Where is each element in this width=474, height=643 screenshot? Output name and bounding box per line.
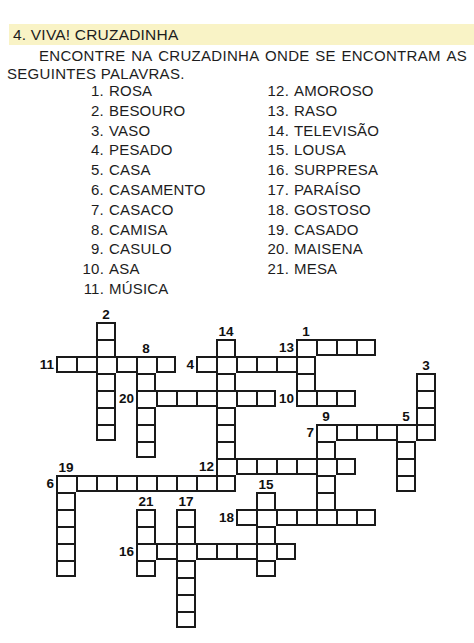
crossword-cell[interactable]	[296, 356, 316, 373]
clue-number-13: 13	[276, 339, 296, 356]
crossword-cell[interactable]	[196, 475, 216, 492]
clue-number-16: 16	[116, 543, 136, 560]
word-list-word: MESA	[294, 259, 337, 279]
crossword-board: 123456789101112131415161718192021	[36, 305, 436, 628]
word-list-number: 5.	[0, 160, 104, 180]
crossword-cell[interactable]	[216, 441, 236, 458]
crossword-cell[interactable]	[316, 390, 336, 407]
clue-number-21: 21	[136, 492, 156, 509]
crossword-cell[interactable]	[96, 373, 116, 390]
word-list-row: 3.VASO14.TELEVISÃO	[0, 121, 474, 141]
word-list-number: 1.	[0, 81, 104, 101]
crossword-cell[interactable]	[136, 560, 156, 577]
word-list-number: 18.	[200, 200, 289, 220]
instructions-line1: ENCONTRENACRUZADINHAONDESEENCONTRAMAS	[39, 47, 467, 64]
crossword-cell[interactable]	[76, 475, 96, 492]
crossword-cell[interactable]	[96, 322, 116, 339]
word-list-number: 15.	[200, 140, 289, 160]
instruction-word: ENCONTRAM	[341, 47, 440, 64]
crossword-cell[interactable]	[256, 492, 276, 509]
word-list-word: SURPRESA	[294, 160, 378, 180]
word-list-word: PARAÍSO	[294, 180, 361, 200]
clue-number-7: 7	[296, 424, 316, 441]
word-list-number: 17.	[200, 180, 289, 200]
crossword-cell[interactable]	[216, 373, 236, 390]
worksheet-page: 4. VIVA! CRUZADINHA ENCONTRENACRUZADINHA…	[0, 0, 474, 643]
crossword-cell[interactable]	[156, 543, 176, 560]
word-list-number: 20.	[200, 239, 289, 259]
word-list-word: RASO	[294, 101, 337, 121]
word-list-word: AMOROSO	[294, 81, 374, 101]
word-list-number: 16.	[200, 160, 289, 180]
word-list-row: 2.BESOURO13.RASO	[0, 101, 474, 121]
word-list-word: TELEVISÃO	[294, 121, 379, 141]
crossword-cell[interactable]	[256, 543, 276, 560]
crossword-cell[interactable]	[336, 509, 356, 526]
word-list-word: GOSTOSO	[294, 200, 371, 220]
word-list-number: 14.	[200, 121, 289, 141]
instruction-word: ENCONTRE	[39, 47, 126, 64]
crossword-cell[interactable]	[336, 390, 356, 407]
crossword-cell[interactable]	[56, 509, 76, 526]
word-list-word: CASA	[109, 160, 151, 180]
crossword-cell[interactable]	[356, 509, 376, 526]
word-list-word: LOUSA	[294, 140, 346, 160]
clue-number-19: 19	[56, 458, 76, 475]
clue-number-3: 3	[416, 356, 436, 373]
crossword-cell[interactable]	[96, 424, 116, 441]
crossword-cell[interactable]	[136, 407, 156, 424]
crossword-cell[interactable]	[156, 356, 176, 373]
crossword-cell[interactable]	[236, 509, 256, 526]
crossword-cell[interactable]	[296, 339, 316, 356]
clue-number-8: 8	[136, 339, 156, 356]
instruction-word: ONDE	[265, 47, 310, 64]
crossword-cell[interactable]	[176, 543, 196, 560]
crossword-cell[interactable]	[176, 526, 196, 543]
crossword-cell[interactable]	[316, 509, 336, 526]
crossword-cell[interactable]	[236, 543, 256, 560]
crossword-cell[interactable]	[136, 390, 156, 407]
crossword-cell[interactable]	[196, 390, 216, 407]
crossword-cell[interactable]	[336, 458, 356, 475]
word-list-number: 7.	[0, 200, 104, 220]
clue-number-20: 20	[116, 390, 136, 407]
crossword-cell[interactable]	[136, 356, 156, 373]
clue-number-17: 17	[176, 492, 196, 509]
crossword-cell[interactable]	[56, 475, 76, 492]
crossword-cell[interactable]	[416, 390, 436, 407]
crossword-cell[interactable]	[336, 339, 356, 356]
clue-number-10: 10	[276, 390, 296, 407]
clue-number-12: 12	[196, 458, 216, 475]
word-list-row: 11.MÚSICA	[0, 279, 474, 299]
crossword-cell[interactable]	[216, 339, 236, 356]
crossword-cell[interactable]	[276, 509, 296, 526]
instructions-line2: SEGUINTES PALAVRAS.	[7, 65, 185, 82]
crossword-cell[interactable]	[236, 390, 256, 407]
crossword-cell[interactable]	[256, 526, 276, 543]
crossword-cell[interactable]	[376, 424, 396, 441]
word-list-number: 2.	[0, 101, 104, 121]
page-title: 4. VIVA! CRUZADINHA	[13, 26, 178, 43]
crossword-cell[interactable]	[416, 373, 436, 390]
word-list-word: ROSA	[109, 81, 152, 101]
clue-number-6: 6	[36, 475, 56, 492]
word-list-word: MAISENA	[294, 239, 363, 259]
instruction-word: NA	[131, 47, 152, 64]
word-list: 1.ROSA12.AMOROSO2.BESOURO13.RASO3.VASO14…	[0, 81, 474, 299]
crossword-cell[interactable]	[136, 424, 156, 441]
crossword-cell[interactable]	[136, 526, 156, 543]
crossword-cell[interactable]	[416, 407, 436, 424]
clue-number-9: 9	[316, 407, 336, 424]
crossword-cell[interactable]	[276, 458, 296, 475]
crossword-cell[interactable]	[96, 390, 116, 407]
crossword-cell[interactable]	[316, 441, 336, 458]
crossword-cell[interactable]	[396, 441, 416, 458]
crossword-cell[interactable]	[176, 509, 196, 526]
clue-number-11: 11	[36, 356, 56, 373]
word-list-row: 6.CASAMENTO17.PARAÍSO	[0, 180, 474, 200]
crossword-cell[interactable]	[216, 356, 236, 373]
word-list-number: 12.	[200, 81, 289, 101]
crossword-cell[interactable]	[216, 543, 236, 560]
word-list-word: MÚSICA	[109, 279, 169, 299]
crossword-cell[interactable]	[256, 390, 276, 407]
clue-number-18: 18	[216, 509, 236, 526]
crossword-cell[interactable]	[276, 543, 296, 560]
clue-number-4: 4	[176, 356, 196, 373]
crossword-cell[interactable]	[216, 390, 236, 407]
crossword-cell[interactable]	[296, 373, 316, 390]
title-highlight-band: 4. VIVA! CRUZADINHA	[9, 24, 474, 45]
crossword-cell[interactable]	[396, 458, 416, 475]
crossword-cell[interactable]	[96, 356, 116, 373]
crossword-cell[interactable]	[76, 356, 96, 373]
crossword-cell[interactable]	[396, 475, 416, 492]
crossword-cell[interactable]	[56, 492, 76, 509]
crossword-cell[interactable]	[396, 424, 416, 441]
word-list-word: CASADO	[294, 220, 359, 240]
crossword-cell[interactable]	[356, 339, 376, 356]
crossword-cell[interactable]	[316, 458, 336, 475]
crossword-cell[interactable]	[336, 424, 356, 441]
crossword-cell[interactable]	[56, 560, 76, 577]
crossword-cell[interactable]	[216, 407, 236, 424]
crossword-cell[interactable]	[276, 356, 296, 373]
word-list-word: ASA	[109, 259, 140, 279]
crossword-cell[interactable]	[196, 543, 216, 560]
word-list-row: 10.ASA21.MESA	[0, 259, 474, 279]
word-list-number: 4.	[0, 140, 104, 160]
word-list-number: 11.	[0, 279, 104, 299]
instruction-word: CRUZADINHA	[158, 47, 259, 64]
crossword-cell[interactable]	[56, 356, 76, 373]
word-list-word: CAMISA	[109, 220, 168, 240]
word-list-row: 8.CAMISA19.CASADO	[0, 220, 474, 240]
clue-number-5: 5	[396, 407, 416, 424]
word-list-word: CASAMENTO	[109, 180, 206, 200]
crossword-cell[interactable]	[316, 339, 336, 356]
crossword-cell[interactable]	[216, 475, 236, 492]
crossword-cell[interactable]	[316, 424, 336, 441]
crossword-cell[interactable]	[216, 424, 236, 441]
crossword-cell[interactable]	[296, 458, 316, 475]
crossword-cell[interactable]	[356, 424, 376, 441]
word-list-number: 3.	[0, 121, 104, 141]
crossword-cell[interactable]	[236, 458, 256, 475]
word-list-word: CASACO	[109, 200, 174, 220]
word-list-word: CASULO	[109, 239, 172, 259]
crossword-cell[interactable]	[176, 594, 196, 611]
crossword-cell[interactable]	[316, 475, 336, 492]
word-list-row: 9.CASULO20.MAISENA	[0, 239, 474, 259]
crossword-cell[interactable]	[296, 509, 316, 526]
crossword-cell[interactable]	[56, 543, 76, 560]
instruction-word: AS	[446, 47, 467, 64]
clue-number-15: 15	[256, 475, 276, 492]
crossword-cell[interactable]	[296, 390, 316, 407]
crossword-cell[interactable]	[176, 390, 196, 407]
word-list-number: 19.	[200, 220, 289, 240]
crossword-cell[interactable]	[136, 509, 156, 526]
word-list-word: BESOURO	[109, 101, 185, 121]
word-list-number: 8.	[0, 220, 104, 240]
crossword-cell[interactable]	[136, 543, 156, 560]
crossword-cell[interactable]	[196, 356, 216, 373]
crossword-cell[interactable]	[256, 356, 276, 373]
crossword-cell[interactable]	[96, 407, 116, 424]
word-list-number: 9.	[0, 239, 104, 259]
word-list-row: 7.CASACO18.GOSTOSO	[0, 200, 474, 220]
crossword-cell[interactable]	[56, 526, 76, 543]
crossword-cell[interactable]	[136, 475, 156, 492]
clue-number-2: 2	[96, 305, 116, 322]
crossword-cell[interactable]	[236, 356, 256, 373]
clue-number-1: 1	[296, 322, 316, 339]
crossword-cell[interactable]	[116, 475, 136, 492]
crossword-cell[interactable]	[256, 509, 276, 526]
crossword-cell[interactable]	[136, 373, 156, 390]
crossword-cell[interactable]	[176, 475, 196, 492]
word-list-row: 5.CASA16.SURPRESA	[0, 160, 474, 180]
crossword-cell[interactable]	[176, 611, 196, 628]
crossword-cell[interactable]	[156, 475, 176, 492]
crossword-cell[interactable]	[216, 458, 236, 475]
crossword-cell[interactable]	[96, 475, 116, 492]
word-list-word: PESADO	[109, 140, 173, 160]
crossword-cell[interactable]	[316, 492, 336, 509]
crossword-cell[interactable]	[156, 390, 176, 407]
word-list-row: 4.PESADO15.LOUSA	[0, 140, 474, 160]
crossword-cell[interactable]	[256, 560, 276, 577]
word-list-row: 1.ROSA12.AMOROSO	[0, 81, 474, 101]
word-list-word: VASO	[109, 121, 150, 141]
crossword-cell[interactable]	[176, 577, 196, 594]
crossword-cell[interactable]	[116, 356, 136, 373]
crossword-cell[interactable]	[176, 560, 196, 577]
crossword-cell[interactable]	[256, 458, 276, 475]
word-list-number: 6.	[0, 180, 104, 200]
word-list-number: 13.	[200, 101, 289, 121]
instruction-word: SE	[315, 47, 336, 64]
crossword-cell[interactable]	[136, 441, 156, 458]
crossword-cell[interactable]	[96, 339, 116, 356]
clue-number-14: 14	[216, 322, 236, 339]
crossword-cell[interactable]	[416, 424, 436, 441]
word-list-number: 21.	[200, 259, 289, 279]
word-list-number: 10.	[0, 259, 104, 279]
